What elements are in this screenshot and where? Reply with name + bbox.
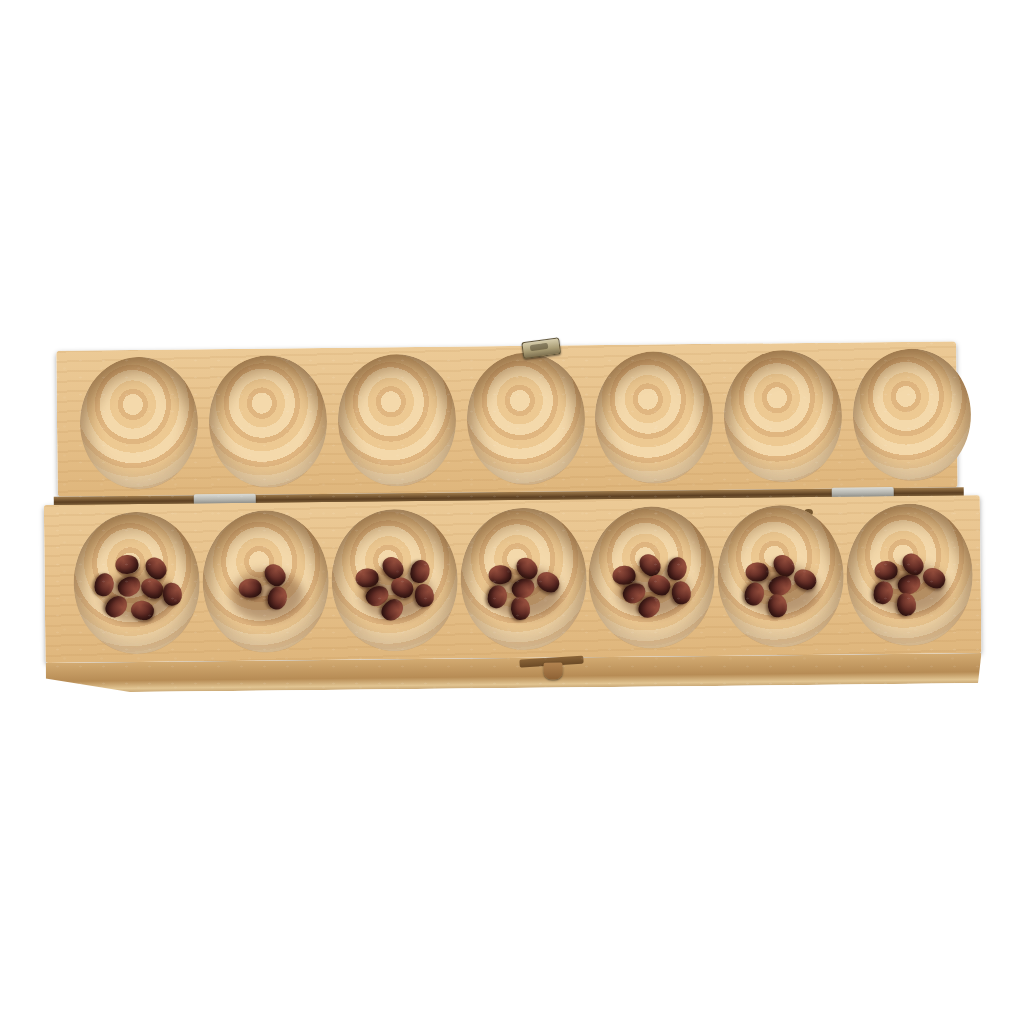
pit-top-6[interactable]: [723, 350, 842, 483]
pit-top-4[interactable]: [466, 352, 585, 485]
pit-top-5[interactable]: [594, 351, 713, 484]
photo-background: [0, 318, 1024, 706]
seed: [874, 561, 897, 580]
pit-bottom-1[interactable]: [73, 511, 200, 654]
pit-top-1[interactable]: [79, 356, 198, 489]
seed: [238, 579, 261, 598]
seed: [488, 565, 511, 584]
seed: [115, 555, 138, 574]
seed: [612, 566, 635, 585]
pit-bottom-4[interactable]: [460, 507, 587, 650]
mancala-board: [42, 335, 986, 701]
pit-top-3[interactable]: [337, 354, 456, 487]
pit-bottom-3[interactable]: [331, 509, 458, 652]
board-lid-top-row: [56, 341, 957, 496]
pit-bottom-7[interactable]: [846, 503, 973, 646]
pit-bottom-2[interactable]: [202, 510, 329, 653]
pit-top-2[interactable]: [208, 355, 327, 488]
pit-bottom-6[interactable]: [717, 505, 844, 648]
board-base-bottom-row: [44, 495, 982, 663]
pit-top-7[interactable]: [852, 348, 971, 481]
latch-tongue-icon: [544, 662, 563, 679]
seed: [355, 568, 378, 587]
seed: [745, 562, 768, 581]
pit-bottom-5[interactable]: [588, 506, 715, 649]
